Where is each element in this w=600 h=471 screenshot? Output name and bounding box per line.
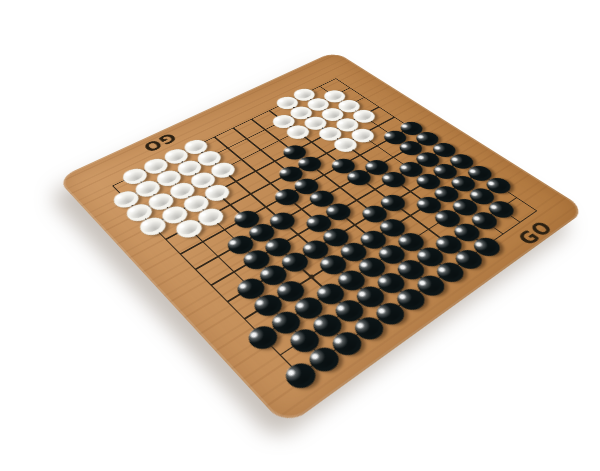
- board-shadow: GO GO ●●●●●●●●●●●●●●●●●●●●●●●●●●●●●●●●●●…: [128, 6, 504, 382]
- photo-background: GO GO ●●●●●●●●●●●●●●●●●●●●●●●●●●●●●●●●●●…: [0, 0, 600, 471]
- board-grid: ●●●●●●●●●●●●●●●●●●●●●●●●●●●●●●●●●●●●●●●●…: [96, 70, 555, 393]
- go-board: GO GO ●●●●●●●●●●●●●●●●●●●●●●●●●●●●●●●●●●…: [57, 51, 587, 427]
